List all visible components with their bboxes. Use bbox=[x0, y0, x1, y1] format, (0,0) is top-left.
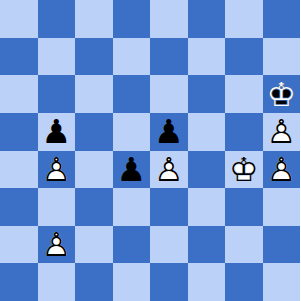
square-a7[interactable] bbox=[0, 38, 38, 76]
piece-black-pawn[interactable]: ♟ bbox=[38, 113, 76, 151]
square-a6[interactable] bbox=[0, 75, 38, 113]
square-f1[interactable] bbox=[188, 263, 226, 301]
square-d6[interactable] bbox=[113, 75, 151, 113]
square-e7[interactable] bbox=[150, 38, 188, 76]
square-e4[interactable]: ♟♙ bbox=[150, 151, 188, 189]
square-b1[interactable] bbox=[38, 263, 76, 301]
piece-white-pawn[interactable]: ♟♙ bbox=[263, 113, 301, 151]
square-g6[interactable] bbox=[225, 75, 263, 113]
square-f3[interactable] bbox=[188, 188, 226, 226]
square-d1[interactable] bbox=[113, 263, 151, 301]
board-grid: ♚♔♟♟♟♙♟♙♟♟♙♚♔♟♙♟♙ bbox=[0, 0, 300, 301]
chess-board: ♚♔♟♟♟♙♟♙♟♟♙♚♔♟♙♟♙ bbox=[0, 0, 300, 301]
square-d7[interactable] bbox=[113, 38, 151, 76]
piece-white-pawn[interactable]: ♟♙ bbox=[38, 226, 76, 264]
square-g5[interactable] bbox=[225, 113, 263, 151]
square-h3[interactable] bbox=[263, 188, 301, 226]
square-h6[interactable]: ♚♔ bbox=[263, 75, 301, 113]
piece-black-pawn[interactable]: ♟ bbox=[113, 151, 151, 189]
square-h5[interactable]: ♟♙ bbox=[263, 113, 301, 151]
piece-black-king[interactable]: ♚♔ bbox=[263, 75, 301, 113]
square-h8[interactable] bbox=[263, 0, 301, 38]
square-f5[interactable] bbox=[188, 113, 226, 151]
square-g8[interactable] bbox=[225, 0, 263, 38]
square-f6[interactable] bbox=[188, 75, 226, 113]
square-b6[interactable] bbox=[38, 75, 76, 113]
piece-black-pawn[interactable]: ♟ bbox=[150, 113, 188, 151]
square-b2[interactable]: ♟♙ bbox=[38, 226, 76, 264]
square-b8[interactable] bbox=[38, 0, 76, 38]
piece-white-pawn[interactable]: ♟♙ bbox=[38, 151, 76, 189]
square-b3[interactable] bbox=[38, 188, 76, 226]
square-a2[interactable] bbox=[0, 226, 38, 264]
square-e8[interactable] bbox=[150, 0, 188, 38]
square-e1[interactable] bbox=[150, 263, 188, 301]
square-d5[interactable] bbox=[113, 113, 151, 151]
square-c2[interactable] bbox=[75, 226, 113, 264]
square-c3[interactable] bbox=[75, 188, 113, 226]
square-f8[interactable] bbox=[188, 0, 226, 38]
square-g4[interactable]: ♚♔ bbox=[225, 151, 263, 189]
square-c7[interactable] bbox=[75, 38, 113, 76]
square-h7[interactable] bbox=[263, 38, 301, 76]
piece-white-pawn[interactable]: ♟♙ bbox=[150, 151, 188, 189]
square-d2[interactable] bbox=[113, 226, 151, 264]
square-c6[interactable] bbox=[75, 75, 113, 113]
square-f4[interactable] bbox=[188, 151, 226, 189]
square-g7[interactable] bbox=[225, 38, 263, 76]
square-h2[interactable] bbox=[263, 226, 301, 264]
square-d8[interactable] bbox=[113, 0, 151, 38]
square-e2[interactable] bbox=[150, 226, 188, 264]
square-a8[interactable] bbox=[0, 0, 38, 38]
piece-white-king[interactable]: ♚♔ bbox=[225, 151, 263, 189]
square-c5[interactable] bbox=[75, 113, 113, 151]
square-e6[interactable] bbox=[150, 75, 188, 113]
square-a4[interactable] bbox=[0, 151, 38, 189]
square-h4[interactable]: ♟♙ bbox=[263, 151, 301, 189]
square-b4[interactable]: ♟♙ bbox=[38, 151, 76, 189]
piece-white-pawn[interactable]: ♟♙ bbox=[263, 151, 301, 189]
square-a5[interactable] bbox=[0, 113, 38, 151]
square-a1[interactable] bbox=[0, 263, 38, 301]
square-b7[interactable] bbox=[38, 38, 76, 76]
square-g1[interactable] bbox=[225, 263, 263, 301]
square-a3[interactable] bbox=[0, 188, 38, 226]
square-c4[interactable] bbox=[75, 151, 113, 189]
square-c8[interactable] bbox=[75, 0, 113, 38]
square-g2[interactable] bbox=[225, 226, 263, 264]
square-g3[interactable] bbox=[225, 188, 263, 226]
square-e3[interactable] bbox=[150, 188, 188, 226]
square-c1[interactable] bbox=[75, 263, 113, 301]
square-h1[interactable] bbox=[263, 263, 301, 301]
square-f7[interactable] bbox=[188, 38, 226, 76]
square-d4[interactable]: ♟ bbox=[113, 151, 151, 189]
square-d3[interactable] bbox=[113, 188, 151, 226]
square-f2[interactable] bbox=[188, 226, 226, 264]
square-b5[interactable]: ♟ bbox=[38, 113, 76, 151]
square-e5[interactable]: ♟ bbox=[150, 113, 188, 151]
